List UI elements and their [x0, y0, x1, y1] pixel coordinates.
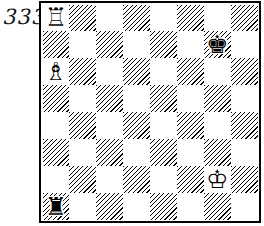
- square-h2[interactable]: [231, 166, 258, 193]
- square-d8[interactable]: [123, 5, 150, 32]
- piece-white-bishop-a6[interactable]: ♗: [45, 59, 67, 84]
- square-e1[interactable]: [150, 193, 177, 220]
- square-b8[interactable]: [69, 5, 96, 32]
- chess-board: ♖♚♗♔♜: [39, 1, 261, 223]
- square-h8[interactable]: [231, 5, 258, 32]
- square-d6[interactable]: [123, 58, 150, 85]
- square-a3[interactable]: [43, 139, 70, 166]
- square-d7[interactable]: [123, 31, 150, 58]
- square-e2[interactable]: [150, 166, 177, 193]
- square-b7[interactable]: [69, 31, 96, 58]
- square-e6[interactable]: [150, 58, 177, 85]
- square-a8[interactable]: ♖: [43, 5, 70, 32]
- square-a1[interactable]: ♜: [43, 193, 70, 220]
- square-b4[interactable]: [69, 112, 96, 139]
- piece-white-rook-a8[interactable]: ♖: [45, 5, 67, 30]
- square-h3[interactable]: [231, 139, 258, 166]
- chess-diagram-page: 333 ♖♚♗♔♜: [0, 0, 264, 226]
- square-h1[interactable]: [231, 193, 258, 220]
- square-a2[interactable]: [43, 166, 70, 193]
- square-a4[interactable]: [43, 112, 70, 139]
- square-c1[interactable]: [96, 193, 123, 220]
- square-f2[interactable]: [177, 166, 204, 193]
- square-g7[interactable]: ♚: [204, 31, 231, 58]
- square-c6[interactable]: [96, 58, 123, 85]
- square-g2[interactable]: ♔: [204, 166, 231, 193]
- square-a7[interactable]: [43, 31, 70, 58]
- square-f7[interactable]: [177, 31, 204, 58]
- square-f1[interactable]: [177, 193, 204, 220]
- square-c8[interactable]: [96, 5, 123, 32]
- square-d1[interactable]: [123, 193, 150, 220]
- square-b3[interactable]: [69, 139, 96, 166]
- square-e3[interactable]: [150, 139, 177, 166]
- piece-black-king-g7[interactable]: ♚: [206, 32, 228, 57]
- square-c2[interactable]: [96, 166, 123, 193]
- square-h6[interactable]: [231, 58, 258, 85]
- square-g1[interactable]: [204, 193, 231, 220]
- square-c4[interactable]: [96, 112, 123, 139]
- square-g8[interactable]: [204, 5, 231, 32]
- square-d4[interactable]: [123, 112, 150, 139]
- square-h5[interactable]: [231, 85, 258, 112]
- square-h4[interactable]: [231, 112, 258, 139]
- square-e4[interactable]: [150, 112, 177, 139]
- square-f3[interactable]: [177, 139, 204, 166]
- square-g6[interactable]: [204, 58, 231, 85]
- square-b2[interactable]: [69, 166, 96, 193]
- square-e7[interactable]: [150, 31, 177, 58]
- square-f4[interactable]: [177, 112, 204, 139]
- square-g4[interactable]: [204, 112, 231, 139]
- square-g3[interactable]: [204, 139, 231, 166]
- square-h7[interactable]: [231, 31, 258, 58]
- square-d3[interactable]: [123, 139, 150, 166]
- square-b5[interactable]: [69, 85, 96, 112]
- square-d5[interactable]: [123, 85, 150, 112]
- square-c7[interactable]: [96, 31, 123, 58]
- square-g5[interactable]: [204, 85, 231, 112]
- square-f5[interactable]: [177, 85, 204, 112]
- square-a6[interactable]: ♗: [43, 58, 70, 85]
- square-a5[interactable]: [43, 85, 70, 112]
- square-c5[interactable]: [96, 85, 123, 112]
- square-e8[interactable]: [150, 5, 177, 32]
- square-f6[interactable]: [177, 58, 204, 85]
- square-d2[interactable]: [123, 166, 150, 193]
- square-f8[interactable]: [177, 5, 204, 32]
- square-c3[interactable]: [96, 139, 123, 166]
- piece-black-rook-a1[interactable]: ♜: [45, 194, 67, 219]
- piece-white-king-g2[interactable]: ♔: [206, 167, 228, 192]
- square-b6[interactable]: [69, 58, 96, 85]
- square-e5[interactable]: [150, 85, 177, 112]
- square-b1[interactable]: [69, 193, 96, 220]
